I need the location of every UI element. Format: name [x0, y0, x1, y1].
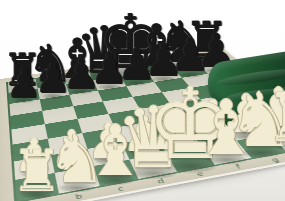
chess-set-photo: abcdefgh ♜♞♝♛♚♝♞♜♟♟♟♟♟♟♟♟♟♟♟♟♟♟♟♟♜♞♝♛♚♝♞…	[0, 0, 285, 201]
piece-white-rook[interactable]: ♜	[265, 84, 285, 152]
